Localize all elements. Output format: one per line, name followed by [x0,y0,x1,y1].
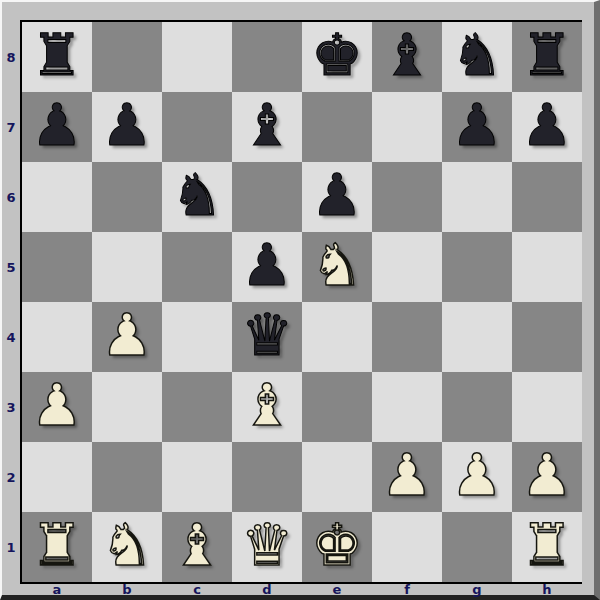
piece-white-bishop: ♝ [241,376,293,434]
file-label-e: e [302,582,372,597]
square-g8[interactable]: ♞ [442,22,512,92]
square-e7[interactable] [302,92,372,162]
square-g1[interactable] [442,512,512,582]
square-b1[interactable]: ♞ [92,512,162,582]
piece-white-knight: ♞ [101,516,153,574]
rank-label-6: 6 [2,162,20,232]
square-d6[interactable] [232,162,302,232]
file-label-g: g [442,582,512,597]
square-f6[interactable] [372,162,442,232]
square-a2[interactable] [22,442,92,512]
piece-black-pawn: ♟ [521,96,573,154]
piece-black-pawn: ♟ [241,236,293,294]
piece-black-pawn: ♟ [101,96,153,154]
piece-white-queen: ♛ [241,516,293,574]
square-d3[interactable]: ♝ [232,372,302,442]
rank-label-2: 2 [2,442,20,512]
square-c7[interactable] [162,92,232,162]
rank-label-7: 7 [2,92,20,162]
square-g3[interactable] [442,372,512,442]
square-a8[interactable]: ♜ [22,22,92,92]
piece-white-bishop: ♝ [171,516,223,574]
square-g7[interactable]: ♟ [442,92,512,162]
piece-white-knight: ♞ [311,236,363,294]
square-d4[interactable]: ♛ [232,302,302,372]
square-h1[interactable]: ♜ [512,512,582,582]
file-labels: abcdefgh [22,582,582,597]
square-f4[interactable] [372,302,442,372]
square-a1[interactable]: ♜ [22,512,92,582]
square-e8[interactable]: ♚ [302,22,372,92]
file-label-a: a [22,582,92,597]
rank-labels: 87654321 [2,22,20,582]
square-h6[interactable] [512,162,582,232]
square-e5[interactable]: ♞ [302,232,372,302]
square-f8[interactable]: ♝ [372,22,442,92]
square-b2[interactable] [92,442,162,512]
file-label-c: c [162,582,232,597]
square-e6[interactable]: ♟ [302,162,372,232]
square-c4[interactable] [162,302,232,372]
square-c1[interactable]: ♝ [162,512,232,582]
square-h4[interactable] [512,302,582,372]
square-e2[interactable] [302,442,372,512]
square-h5[interactable] [512,232,582,302]
chess-board: ♜♚♝♞♜♟♟♝♟♟♞♟♟♞♟♛♟♝♟♟♟♜♞♝♛♚♜ [20,20,582,584]
square-g2[interactable]: ♟ [442,442,512,512]
square-f3[interactable] [372,372,442,442]
square-h3[interactable] [512,372,582,442]
square-d7[interactable]: ♝ [232,92,302,162]
piece-white-pawn: ♟ [101,306,153,364]
square-c2[interactable] [162,442,232,512]
square-b4[interactable]: ♟ [92,302,162,372]
square-f7[interactable] [372,92,442,162]
square-d5[interactable]: ♟ [232,232,302,302]
piece-black-pawn: ♟ [31,96,83,154]
square-e4[interactable] [302,302,372,372]
file-label-h: h [512,582,582,597]
rank-label-8: 8 [2,22,20,92]
square-b3[interactable] [92,372,162,442]
piece-black-king: ♚ [311,26,363,84]
piece-white-rook: ♜ [31,516,83,574]
square-d8[interactable] [232,22,302,92]
file-label-d: d [232,582,302,597]
piece-black-queen: ♛ [241,306,293,364]
square-b8[interactable] [92,22,162,92]
piece-white-pawn: ♟ [381,446,433,504]
piece-white-pawn: ♟ [31,376,83,434]
piece-black-rook: ♜ [31,26,83,84]
square-c5[interactable] [162,232,232,302]
square-f1[interactable] [372,512,442,582]
square-h7[interactable]: ♟ [512,92,582,162]
board-frame: 87654321 abcdefgh ♜♚♝♞♜♟♟♝♟♟♞♟♟♞♟♛♟♝♟♟♟♜… [0,0,600,600]
square-a4[interactable] [22,302,92,372]
square-a5[interactable] [22,232,92,302]
square-h2[interactable]: ♟ [512,442,582,512]
piece-white-king: ♚ [311,516,363,574]
piece-black-pawn: ♟ [451,96,503,154]
square-b5[interactable] [92,232,162,302]
square-g5[interactable] [442,232,512,302]
file-label-b: b [92,582,162,597]
piece-black-bishop: ♝ [241,96,293,154]
piece-black-pawn: ♟ [311,166,363,224]
piece-black-knight: ♞ [451,26,503,84]
rank-label-1: 1 [2,512,20,582]
square-d1[interactable]: ♛ [232,512,302,582]
square-g6[interactable] [442,162,512,232]
square-b7[interactable]: ♟ [92,92,162,162]
piece-black-knight: ♞ [171,166,223,224]
square-f5[interactable] [372,232,442,302]
rank-label-3: 3 [2,372,20,442]
square-c8[interactable] [162,22,232,92]
piece-black-bishop: ♝ [381,26,433,84]
square-a6[interactable] [22,162,92,232]
square-d2[interactable] [232,442,302,512]
square-g4[interactable] [442,302,512,372]
piece-white-pawn: ♟ [521,446,573,504]
square-e3[interactable] [302,372,372,442]
piece-white-rook: ♜ [521,516,573,574]
square-a3[interactable]: ♟ [22,372,92,442]
square-b6[interactable] [92,162,162,232]
square-c3[interactable] [162,372,232,442]
piece-black-rook: ♜ [521,26,573,84]
square-a7[interactable]: ♟ [22,92,92,162]
file-label-f: f [372,582,442,597]
rank-label-5: 5 [2,232,20,302]
piece-white-pawn: ♟ [451,446,503,504]
square-e1[interactable]: ♚ [302,512,372,582]
square-c6[interactable]: ♞ [162,162,232,232]
square-h8[interactable]: ♜ [512,22,582,92]
square-f2[interactable]: ♟ [372,442,442,512]
rank-label-4: 4 [2,302,20,372]
